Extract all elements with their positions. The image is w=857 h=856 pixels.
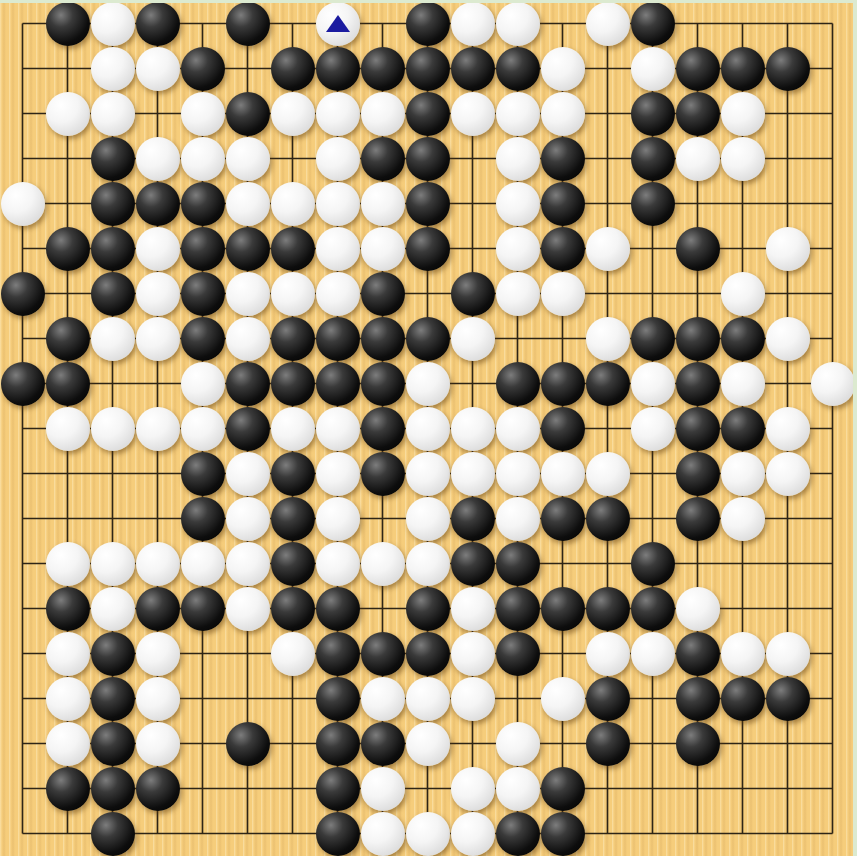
stone-white [1,182,45,226]
stone-black [721,407,765,451]
stone-white [541,452,585,496]
stone-black [271,452,315,496]
stone-black [91,227,135,271]
stone-black [226,92,270,136]
window-edge-right [853,0,857,856]
stone-white [496,227,540,271]
stone-black [766,677,810,721]
stone-white [271,182,315,226]
stone-white [496,182,540,226]
stone-black [1,362,45,406]
stone-black [721,47,765,91]
stone-white [46,677,90,721]
stone-white [271,632,315,676]
stone-black [91,137,135,181]
stone-white [496,407,540,451]
stone-white [811,362,855,406]
stone-white [451,587,495,631]
stone-white [586,452,630,496]
stone-black [46,587,90,631]
stone-white [721,452,765,496]
stone-black [631,92,675,136]
stone-black [541,767,585,811]
stone-black [181,182,225,226]
stone-white [181,407,225,451]
stone-black [541,227,585,271]
stone-black [271,587,315,631]
stone-white [361,92,405,136]
stone-black [541,362,585,406]
stone-black [271,497,315,541]
stone-white [226,317,270,361]
stone-black [271,317,315,361]
stone-white [316,542,360,586]
stone-white [91,2,135,46]
stone-black [46,317,90,361]
stone-black [361,362,405,406]
stone-white [496,452,540,496]
stone-white [226,542,270,586]
stone-white [496,767,540,811]
stone-black [316,812,360,856]
stone-white [406,452,450,496]
stone-black [406,47,450,91]
stone-black [541,182,585,226]
stone-black [541,812,585,856]
stone-white [451,812,495,856]
stone-white [271,272,315,316]
stone-black [91,272,135,316]
stone-black [316,767,360,811]
go-app-window [0,0,857,856]
stone-white [271,407,315,451]
stone-white [226,137,270,181]
stone-black [676,677,720,721]
stone-white [496,272,540,316]
stone-black [136,2,180,46]
stone-black [406,92,450,136]
stone-black [406,317,450,361]
stone-black [631,137,675,181]
stone-black [721,317,765,361]
stone-black [1,272,45,316]
stone-white [136,272,180,316]
stone-white [721,92,765,136]
stone-black [496,47,540,91]
stone-black [406,227,450,271]
stone-black [181,452,225,496]
stone-black [136,767,180,811]
stone-white [406,542,450,586]
stone-black [586,587,630,631]
stone-black [406,137,450,181]
stone-black [226,2,270,46]
stone-black [676,632,720,676]
stone-white [46,92,90,136]
stone-white [451,2,495,46]
stone-black [181,317,225,361]
stone-black [91,767,135,811]
stone-white [586,2,630,46]
stone-white [766,227,810,271]
stone-white [136,722,180,766]
stone-black [361,452,405,496]
stone-white [316,497,360,541]
stone-white [316,272,360,316]
stone-white [181,362,225,406]
stone-white [586,317,630,361]
stone-black [541,587,585,631]
stone-white [136,317,180,361]
stone-black [406,587,450,631]
stone-black [631,182,675,226]
stone-black [676,317,720,361]
stone-black [451,272,495,316]
stone-black [676,407,720,451]
stone-black [406,632,450,676]
window-edge-top [0,0,857,3]
stone-white [46,542,90,586]
stone-white [361,677,405,721]
stone-white [451,452,495,496]
stone-white [721,137,765,181]
stone-white [721,497,765,541]
stone-black [46,362,90,406]
stone-white [496,137,540,181]
stone-black [181,272,225,316]
stone-white [316,452,360,496]
stone-white [406,407,450,451]
stone-white [136,47,180,91]
stone-white [406,362,450,406]
stone-black [316,362,360,406]
stone-white [181,92,225,136]
stone-black [406,2,450,46]
stone-black [361,632,405,676]
stone-black [226,227,270,271]
stone-white [226,272,270,316]
stone-white [766,632,810,676]
stone-black [451,542,495,586]
stone-white [541,677,585,721]
stone-white [316,182,360,226]
stone-white [631,47,675,91]
stone-white [721,632,765,676]
stone-black [316,632,360,676]
stone-white [766,317,810,361]
stone-black [271,362,315,406]
stone-white [676,587,720,631]
stone-black [721,677,765,721]
stone-black [496,812,540,856]
stone-black [316,722,360,766]
stone-black [676,452,720,496]
stone-black [496,362,540,406]
stone-black [316,47,360,91]
stone-black [91,632,135,676]
stone-white [91,407,135,451]
stone-black [91,812,135,856]
stone-white [406,812,450,856]
stone-black [361,722,405,766]
stone-white [136,407,180,451]
stone-white [226,497,270,541]
stone-white [451,92,495,136]
stone-white [541,92,585,136]
stone-white [316,407,360,451]
stone-white [631,407,675,451]
stone-white [361,227,405,271]
stone-black [406,182,450,226]
stone-black [586,722,630,766]
stone-black [136,587,180,631]
stone-white [91,47,135,91]
stone-white [406,722,450,766]
stone-white [406,497,450,541]
stone-black [541,137,585,181]
stone-black [136,182,180,226]
stone-black [451,497,495,541]
stone-black [46,227,90,271]
stone-black [91,677,135,721]
stone-white [496,497,540,541]
stone-white [406,677,450,721]
stone-black [631,587,675,631]
stone-white [91,542,135,586]
stone-white [136,542,180,586]
stone-white [91,92,135,136]
stone-white [451,677,495,721]
stone-white [631,362,675,406]
stone-black [226,407,270,451]
stone-white [181,542,225,586]
stone-white [91,587,135,631]
stone-black [676,497,720,541]
stone-white [541,47,585,91]
stone-black [541,407,585,451]
stone-black [361,137,405,181]
stone-black [586,362,630,406]
stone-black [91,182,135,226]
stone-white [361,767,405,811]
stone-white [721,362,765,406]
stone-white [316,137,360,181]
stone-white [226,452,270,496]
stone-black [46,767,90,811]
stone-black [226,722,270,766]
stone-white [766,452,810,496]
stone-black [181,227,225,271]
stone-white [46,722,90,766]
stone-black [631,317,675,361]
stone-white [361,542,405,586]
stone-black [271,227,315,271]
stone-black [586,497,630,541]
go-board[interactable] [0,3,853,856]
stone-black [676,47,720,91]
stone-white [46,407,90,451]
stone-white [271,92,315,136]
stone-black [46,2,90,46]
stone-black [766,47,810,91]
stone-white [226,182,270,226]
stone-black [361,317,405,361]
stone-black [541,497,585,541]
stone-white [721,272,765,316]
stone-black [496,587,540,631]
stone-white [136,632,180,676]
stone-white [316,92,360,136]
stone-white [136,137,180,181]
stone-white [361,182,405,226]
stone-black [271,542,315,586]
stone-white [451,407,495,451]
stone-black [181,497,225,541]
stone-white [586,227,630,271]
stone-white [226,587,270,631]
stone-white [451,317,495,361]
stone-black [316,317,360,361]
stone-white [451,632,495,676]
stone-black [226,362,270,406]
stone-black [316,587,360,631]
stone-white [316,227,360,271]
stone-black [181,587,225,631]
stone-black [316,677,360,721]
stone-white [676,137,720,181]
stone-white [766,407,810,451]
stone-white [136,227,180,271]
stone-black [631,542,675,586]
stone-black [496,632,540,676]
stone-black [181,47,225,91]
stone-black [676,227,720,271]
stone-black [586,677,630,721]
stone-white [46,632,90,676]
stone-black [676,92,720,136]
stone-black [271,47,315,91]
stone-white [496,2,540,46]
stone-white [541,272,585,316]
stone-black [496,542,540,586]
stone-white [496,92,540,136]
stone-white [181,137,225,181]
stone-white [136,677,180,721]
stone-black [361,47,405,91]
stone-white [586,632,630,676]
stone-white [631,632,675,676]
stone-black [676,722,720,766]
stone-black [451,47,495,91]
stone-black [676,362,720,406]
stone-black [91,722,135,766]
stone-white [451,767,495,811]
stone-black [631,2,675,46]
stone-black [361,407,405,451]
stone-black [361,272,405,316]
stone-white [361,812,405,856]
stone-white [91,317,135,361]
stone-white [316,2,360,46]
stone-white [496,722,540,766]
